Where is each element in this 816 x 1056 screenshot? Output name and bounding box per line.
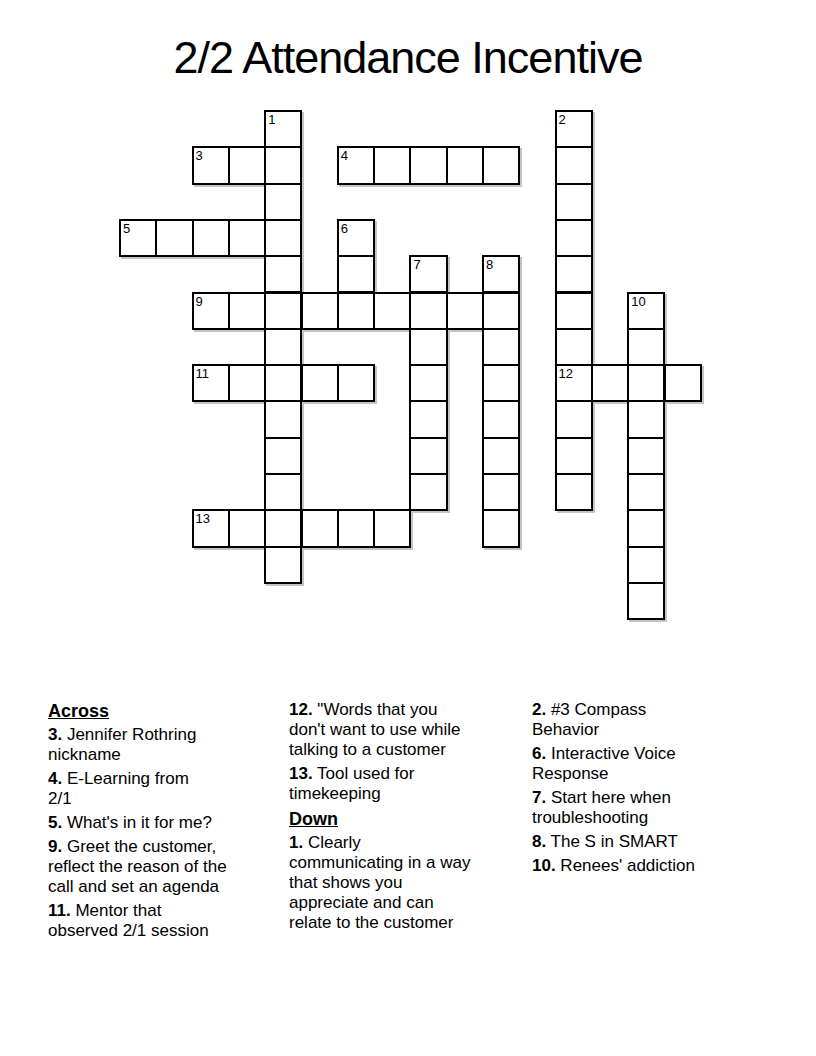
puzzle-title: 2/2 Attendance Incentive — [0, 32, 816, 84]
clue-number-label: 3. — [48, 725, 62, 744]
grid-cell[interactable] — [482, 473, 520, 511]
grid-cell[interactable] — [337, 509, 375, 547]
grid-cell[interactable] — [264, 183, 302, 221]
grid-cell[interactable] — [301, 509, 339, 547]
grid-cell[interactable] — [591, 364, 629, 402]
clue-number: 4 — [341, 149, 348, 162]
clue-12: 12. "Words that youdon't want to use whi… — [289, 700, 527, 760]
clue-number: 8 — [486, 258, 493, 271]
clue-8: 8. The S in SMART — [532, 832, 764, 852]
grid-cell[interactable] — [228, 219, 266, 257]
clue-number-label: 8. — [532, 832, 546, 851]
clue-4: 4. E-Learning from2/1 — [48, 769, 288, 809]
grid-cell[interactable] — [409, 473, 447, 511]
grid-cell[interactable] — [264, 364, 302, 402]
grid-cell[interactable] — [555, 473, 593, 511]
grid-cell[interactable] — [482, 328, 520, 366]
clue-number: 10 — [631, 295, 645, 308]
clue-number: 2 — [559, 113, 566, 126]
clue-9: 9. Greet the customer,reflect the reason… — [48, 837, 288, 897]
grid-cell[interactable] — [264, 437, 302, 475]
clue-number: 7 — [413, 258, 420, 271]
grid-cell[interactable] — [373, 146, 411, 184]
grid-cell[interactable] — [555, 437, 593, 475]
grid-cell[interactable] — [482, 364, 520, 402]
grid-cell[interactable] — [264, 473, 302, 511]
grid-cell[interactable] — [264, 219, 302, 257]
clue-number-label: 7. — [532, 788, 546, 807]
grid-cell[interactable] — [555, 146, 593, 184]
grid-cell[interactable] — [555, 183, 593, 221]
grid-cell[interactable] — [482, 400, 520, 438]
clue-2: 2. #3 CompassBehavior — [532, 700, 764, 740]
grid-cell[interactable] — [409, 146, 447, 184]
grid-cell[interactable] — [409, 328, 447, 366]
grid-cell[interactable] — [482, 437, 520, 475]
clue-7: 7. Start here whentroubleshooting — [532, 788, 764, 828]
crossword-grid: 12345678910111213 — [119, 110, 703, 622]
grid-cell[interactable] — [555, 292, 593, 330]
grid-cell[interactable] — [664, 364, 702, 402]
clue-3: 3. Jennifer Rothringnickname — [48, 725, 288, 765]
clue-1: 1. Clearlycommunicating in a waythat sho… — [289, 833, 527, 933]
grid-cell[interactable] — [555, 328, 593, 366]
clue-number: 12 — [559, 367, 573, 380]
grid-cell[interactable] — [301, 292, 339, 330]
clue-number: 3 — [196, 149, 203, 162]
grid-cell[interactable] — [264, 509, 302, 547]
clue-number-label: 11. — [48, 901, 71, 920]
grid-cell[interactable] — [482, 509, 520, 547]
clue-number: 6 — [341, 222, 348, 235]
grid-cell[interactable] — [627, 328, 665, 366]
clue-number-label: 2. — [532, 700, 546, 719]
grid-cell[interactable] — [228, 364, 266, 402]
clue-number: 1 — [268, 113, 275, 126]
clue-number-label: 4. — [48, 769, 62, 788]
grid-cell[interactable] — [301, 364, 339, 402]
grid-cell[interactable] — [264, 146, 302, 184]
grid-cell[interactable] — [373, 509, 411, 547]
clue-number: 9 — [196, 295, 203, 308]
grid-cell[interactable] — [337, 292, 375, 330]
clue-number: 11 — [196, 367, 210, 380]
grid-cell[interactable] — [482, 292, 520, 330]
grid-cell[interactable] — [627, 546, 665, 584]
clue-number: 5 — [123, 222, 130, 235]
clue-number-label: 5. — [48, 813, 62, 832]
clue-6: 6. Interactive VoiceResponse — [532, 744, 764, 784]
clue-11: 11. Mentor thatobserved 2/1 session — [48, 901, 288, 941]
grid-cell[interactable] — [409, 437, 447, 475]
grid-cell[interactable] — [264, 400, 302, 438]
clue-number-label: 9. — [48, 837, 62, 856]
clue-13: 13. Tool used fortimekeeping — [289, 764, 527, 804]
grid-cell[interactable] — [264, 546, 302, 584]
grid-cell[interactable] — [228, 292, 266, 330]
grid-cell[interactable] — [337, 364, 375, 402]
grid-cell[interactable] — [264, 292, 302, 330]
grid-cell[interactable] — [373, 292, 411, 330]
grid-cell[interactable] — [446, 292, 484, 330]
clue-column-1: Across3. Jennifer Rothringnickname4. E-L… — [48, 700, 288, 945]
clue-number: 13 — [196, 512, 210, 525]
clue-number-label: 6. — [532, 744, 546, 763]
grid-cell[interactable] — [627, 364, 665, 402]
grid-cell[interactable] — [192, 219, 230, 257]
clue-number-label: 12. — [289, 700, 313, 719]
grid-cell[interactable] — [627, 400, 665, 438]
clue-number-label: 10. — [532, 856, 556, 875]
grid-cell[interactable] — [409, 400, 447, 438]
grid-cell[interactable] — [627, 509, 665, 547]
grid-cell[interactable] — [337, 255, 375, 293]
down-heading: Down — [289, 808, 527, 830]
across-heading: Across — [48, 700, 288, 722]
grid-cell[interactable] — [409, 364, 447, 402]
grid-cell[interactable] — [409, 292, 447, 330]
grid-cell[interactable] — [555, 255, 593, 293]
clues: Across3. Jennifer Rothringnickname4. E-L… — [0, 700, 816, 1000]
clue-number-label: 13. — [289, 764, 313, 783]
grid-cell[interactable] — [446, 146, 484, 184]
grid-cell[interactable] — [264, 255, 302, 293]
grid-cell[interactable] — [627, 437, 665, 475]
grid-cell[interactable] — [482, 146, 520, 184]
clue-5: 5. What's in it for me? — [48, 813, 288, 833]
grid-cell[interactable] — [264, 328, 302, 366]
grid-cell[interactable] — [228, 146, 266, 184]
grid-cell[interactable] — [555, 219, 593, 257]
clue-column-3: 2. #3 CompassBehavior6. Interactive Voic… — [532, 700, 764, 880]
grid-cell[interactable] — [627, 473, 665, 511]
clue-number-label: 1. — [289, 833, 303, 852]
worksheet-page: 2/2 Attendance Incentive 123456789101112… — [0, 0, 816, 1056]
clue-10: 10. Renees' addiction — [532, 856, 764, 876]
grid-cell[interactable] — [155, 219, 193, 257]
grid-cell[interactable] — [627, 582, 665, 620]
grid-cell[interactable] — [228, 509, 266, 547]
clue-column-2: 12. "Words that youdon't want to use whi… — [289, 700, 527, 937]
grid-cell[interactable] — [555, 400, 593, 438]
